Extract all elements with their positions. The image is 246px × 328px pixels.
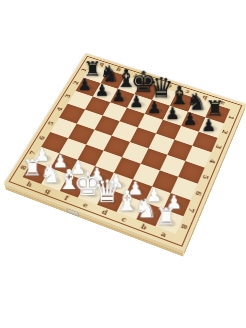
chess-set-product-photo: hgfedcba hgfedcba 12345678 12345678 ♜♞♝♚… <box>0 0 246 328</box>
white-rook-glyph: ♜ <box>148 205 185 229</box>
rank-label-left-5: 5 <box>40 117 61 129</box>
rank-label-right-2: 2 <box>214 125 235 138</box>
chess-board: hgfedcba hgfedcba 12345678 12345678 ♜♞♝♚… <box>4 53 246 250</box>
rank-label-right-1: 1 <box>221 111 242 123</box>
photo-scene: hgfedcba hgfedcba 12345678 12345678 ♜♞♝♚… <box>0 0 246 328</box>
